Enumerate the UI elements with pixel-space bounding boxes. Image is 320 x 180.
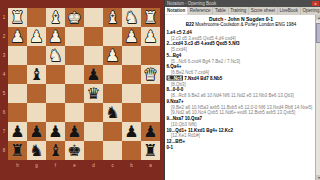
white-pawn[interactable]: ♟ (103, 46, 122, 65)
rank-label-4: 4 (0, 65, 8, 84)
square-a3[interactable] (141, 46, 160, 65)
rank-label-7: 7 (0, 122, 8, 141)
chess-board-window: ♜♝♚♝♞♜♟♟♟♟♟♞♟♝♟♛♛♞♟♟♟♟♟♟♜♞♝♚♜ 12345678 h… (0, 0, 164, 180)
square-a5[interactable] (141, 84, 160, 103)
move-text[interactable]: 12...Bf5+ (167, 139, 186, 144)
square-c8[interactable] (103, 141, 122, 160)
square-e2[interactable] (65, 27, 84, 46)
square-b6[interactable] (122, 103, 141, 122)
move-text[interactable]: 8...0-0-0 (167, 87, 184, 92)
scroll-down-icon[interactable] (316, 175, 320, 180)
square-f1[interactable]: ♝ (46, 8, 65, 27)
tab-score-sheet[interactable]: Score sheet (249, 7, 278, 15)
black-queen[interactable]: ♛ (84, 84, 103, 103)
notation-line[interactable]: [8...Rc8 9.Be2 a6 10.Nd4 Nf6 11.Nd2 e5 1… (167, 93, 316, 99)
file-label-d: d (84, 160, 103, 178)
square-h8[interactable]: ♜ (8, 141, 27, 160)
black-pawn[interactable]: ♟ (141, 122, 160, 141)
square-b8[interactable] (122, 141, 141, 160)
square-g4[interactable]: ♝ (27, 65, 46, 84)
move-text[interactable]: 7.Nxd4 Bd7 8.Nb5 (183, 76, 222, 81)
move-text[interactable]: 9...Nxa7 10.Qxa7 (167, 116, 203, 121)
square-b7[interactable]: ♟ (122, 122, 141, 141)
rank-label-3: 3 (0, 46, 8, 65)
move-text[interactable]: [5.cxd4] (171, 47, 187, 52)
file-label-c: c (103, 160, 122, 178)
file-label-h: h (8, 160, 27, 178)
square-d2[interactable] (84, 27, 103, 46)
square-g6[interactable] (27, 103, 46, 122)
square-g3[interactable] (27, 46, 46, 65)
square-d5[interactable]: ♛ (84, 84, 103, 103)
square-f4[interactable] (46, 65, 65, 84)
close-button[interactable]: x (312, 1, 319, 6)
white-pawn[interactable]: ♟ (141, 27, 160, 46)
square-e6[interactable] (65, 103, 84, 122)
square-e7[interactable]: ♟ (65, 122, 84, 141)
square-c6[interactable]: ♞ (103, 103, 122, 122)
square-f2[interactable]: ♟ (46, 27, 65, 46)
white-king[interactable]: ♚ (65, 8, 84, 27)
tabs: NotationReferenceTableTrainingScore shee… (165, 7, 317, 15)
file-label-g: g (27, 160, 46, 178)
file-labels: hgfedcba (8, 160, 160, 178)
black-knight[interactable]: ♞ (27, 141, 46, 160)
square-e1[interactable]: ♚ (65, 8, 84, 27)
rank-labels: 12345678 (0, 8, 8, 160)
square-f6[interactable] (46, 103, 65, 122)
square-h6[interactable] (8, 103, 27, 122)
square-a7[interactable]: ♟ (141, 122, 160, 141)
square-c1[interactable]: ♝ (103, 8, 122, 27)
close-icon: x (312, 1, 319, 6)
tab-notation[interactable]: Notation (165, 7, 188, 15)
square-d7[interactable] (84, 122, 103, 141)
square-d6[interactable] (84, 103, 103, 122)
square-g2[interactable]: ♟ (27, 27, 46, 46)
move-text[interactable]: [8...Rc8 9.Be2 a6 10.Nd4 Nf6 11.Nd2 e5 1… (171, 93, 294, 98)
rank-label-1: 1 (0, 8, 8, 27)
black-pawn[interactable]: ♟ (122, 122, 141, 141)
rank-label-5: 5 (0, 84, 8, 103)
move-text[interactable]: [6.Be2 Nc6 7.cxd4] (171, 70, 209, 75)
square-g8[interactable]: ♞ (27, 141, 46, 160)
square-f3[interactable]: ♞ (46, 46, 65, 65)
white-queen[interactable]: ♛ (141, 65, 160, 84)
move-text[interactable]: [9.Nd2 a6 10.Nc4 Qxb5 11.Nd6+ exd6 12.Bx… (171, 110, 295, 115)
white-pawn[interactable]: ♟ (46, 27, 65, 46)
square-h2[interactable]: ♟ (8, 27, 27, 46)
square-h3[interactable] (8, 46, 27, 65)
tab-training[interactable]: Training (228, 7, 249, 15)
square-d4[interactable]: ♟ (84, 65, 103, 84)
square-g1[interactable] (27, 8, 46, 27)
notation-content: Dutch - John N Sugden 0-1 B22 Mushrooms-… (165, 15, 315, 180)
white-bishop[interactable]: ♝ (46, 8, 65, 27)
black-king[interactable]: ♚ (65, 141, 84, 160)
square-c5[interactable] (103, 84, 122, 103)
eco-code: B22 (186, 22, 194, 27)
square-h7[interactable]: ♟ (8, 122, 27, 141)
square-a8[interactable]: ♜ (141, 141, 160, 160)
rank-label-2: 2 (0, 27, 8, 46)
move-text[interactable]: 10...Qd1+ 11.Kxd1 Bg4+ 12.Kc2 (167, 127, 234, 132)
file-label-e: e (65, 160, 84, 178)
black-bishop[interactable]: ♝ (27, 65, 46, 84)
white-rook[interactable]: ♜ (8, 8, 27, 27)
square-c3[interactable]: ♟ (103, 46, 122, 65)
square-a2[interactable]: ♟ (141, 27, 160, 46)
move-text[interactable]: 6.Qa4+ (167, 64, 182, 69)
square-a4[interactable]: ♛ (141, 65, 160, 84)
square-c2[interactable] (103, 27, 122, 46)
move-text[interactable]: 2...cxd4 3.c3 d5 4.exd5 Qxd5 5.Nf3 (167, 41, 240, 46)
black-rook[interactable]: ♜ (141, 141, 160, 160)
square-b5[interactable] (122, 84, 141, 103)
square-d8[interactable] (84, 141, 103, 160)
square-b3[interactable] (122, 46, 141, 65)
rank-label-8: 8 (0, 141, 8, 160)
move-text[interactable]: [5...Nc6 6.cxd4 Bg4 7.Be2 / 7.Nc3] (171, 58, 240, 63)
rank-label-6: 6 (0, 103, 8, 122)
square-e5[interactable] (65, 84, 84, 103)
move-text[interactable]: 5...Bg4 (167, 53, 182, 58)
square-g7[interactable]: ♟ (27, 122, 46, 141)
square-f7[interactable]: ♟ (46, 122, 65, 141)
square-g5[interactable] (27, 84, 46, 103)
white-bishop[interactable]: ♝ (103, 8, 122, 27)
scrollbar[interactable] (315, 15, 320, 180)
square-a1[interactable]: ♜ (141, 8, 160, 27)
panel-title: Notation - Opening Book (165, 0, 317, 7)
white-knight[interactable]: ♞ (122, 8, 141, 27)
black-pawn[interactable]: ♟ (84, 65, 103, 84)
square-b2[interactable]: ♟ (122, 27, 141, 46)
black-knight[interactable]: ♞ (103, 103, 122, 122)
black-pawn[interactable]: ♟ (27, 122, 46, 141)
square-c4[interactable] (103, 65, 122, 84)
move-text[interactable]: 0-1 (167, 145, 174, 150)
square-f5[interactable] (46, 84, 65, 103)
square-d1[interactable] (84, 8, 103, 27)
move-list: 1.e4 c5 2.d4[2.c3 d5 3.exd5 Qxd5 4.d4 cx… (167, 30, 316, 151)
white-pawn[interactable]: ♟ (27, 27, 46, 46)
black-pawn[interactable]: ♟ (46, 122, 65, 141)
black-pawn[interactable]: ♟ (65, 122, 84, 141)
tab-reference[interactable]: Reference (188, 7, 213, 15)
square-c7[interactable] (103, 122, 122, 141)
file-label-b: b (122, 160, 141, 178)
square-b1[interactable]: ♞ (122, 8, 141, 27)
black-rook[interactable]: ♜ (8, 141, 27, 160)
event-name: Mushrooms-Coulsdon & Purley London ENG 1… (195, 22, 296, 27)
tab-opening-book[interactable]: Opening Book (300, 7, 320, 15)
black-pawn[interactable]: ♟ (8, 122, 27, 141)
notation-panel: Notation - Opening Book x NotationRefere… (164, 0, 320, 180)
black-bishop[interactable]: ♝ (46, 141, 65, 160)
move-text[interactable]: [9.Be2 a6 10.N5a3 axb5 11.Bxb5 e5 12.0-0… (171, 104, 312, 109)
game-event-line: B22 Mushrooms-Coulsdon & Purley London E… (167, 22, 316, 28)
square-d3[interactable] (84, 46, 103, 65)
square-f8[interactable]: ♝ (46, 141, 65, 160)
square-h5[interactable] (8, 84, 27, 103)
move-text[interactable]: [2.c3 d5 3.exd5 Qxd5 4.d4 cxd4] (171, 35, 236, 40)
tab-livebook[interactable]: LiveBook (277, 7, 300, 15)
game-result[interactable]: 0-1 (167, 145, 316, 151)
tab-table[interactable]: Table (213, 7, 228, 15)
white-pawn[interactable]: ♟ (122, 27, 141, 46)
move-text[interactable]: [10.Qb3 Nf6] (171, 122, 197, 127)
chess-board: ♜♝♚♝♞♜♟♟♟♟♟♞♟♝♟♛♛♞♟♟♟♟♟♟♜♞♝♚♜ (8, 8, 160, 160)
square-e4[interactable] (65, 65, 84, 84)
scroll-thumb[interactable] (316, 23, 320, 43)
file-label-a: a (141, 160, 160, 178)
move-text[interactable]: [12.Ke1 Rd1#] (171, 133, 200, 138)
square-h1[interactable]: ♜ (8, 8, 27, 27)
move-text[interactable]: 9.Nxa7+ (167, 99, 184, 104)
white-rook[interactable]: ♜ (141, 8, 160, 27)
move-text[interactable]: [8.Qb3] (171, 81, 186, 86)
square-a6[interactable] (141, 103, 160, 122)
current-move[interactable]: 6...Nc6 (167, 76, 184, 81)
scroll-up-icon[interactable] (316, 15, 320, 20)
file-label-f: f (46, 160, 65, 178)
square-b4[interactable] (122, 65, 141, 84)
white-knight[interactable]: ♞ (46, 46, 65, 65)
square-h4[interactable] (8, 65, 27, 84)
square-e3[interactable] (65, 46, 84, 65)
panel-titlebar: Notation - Opening Book x (165, 0, 320, 7)
white-pawn[interactable]: ♟ (8, 27, 27, 46)
move-text[interactable]: 1.e4 c5 2.d4 (167, 30, 192, 35)
square-e8[interactable]: ♚ (65, 141, 84, 160)
